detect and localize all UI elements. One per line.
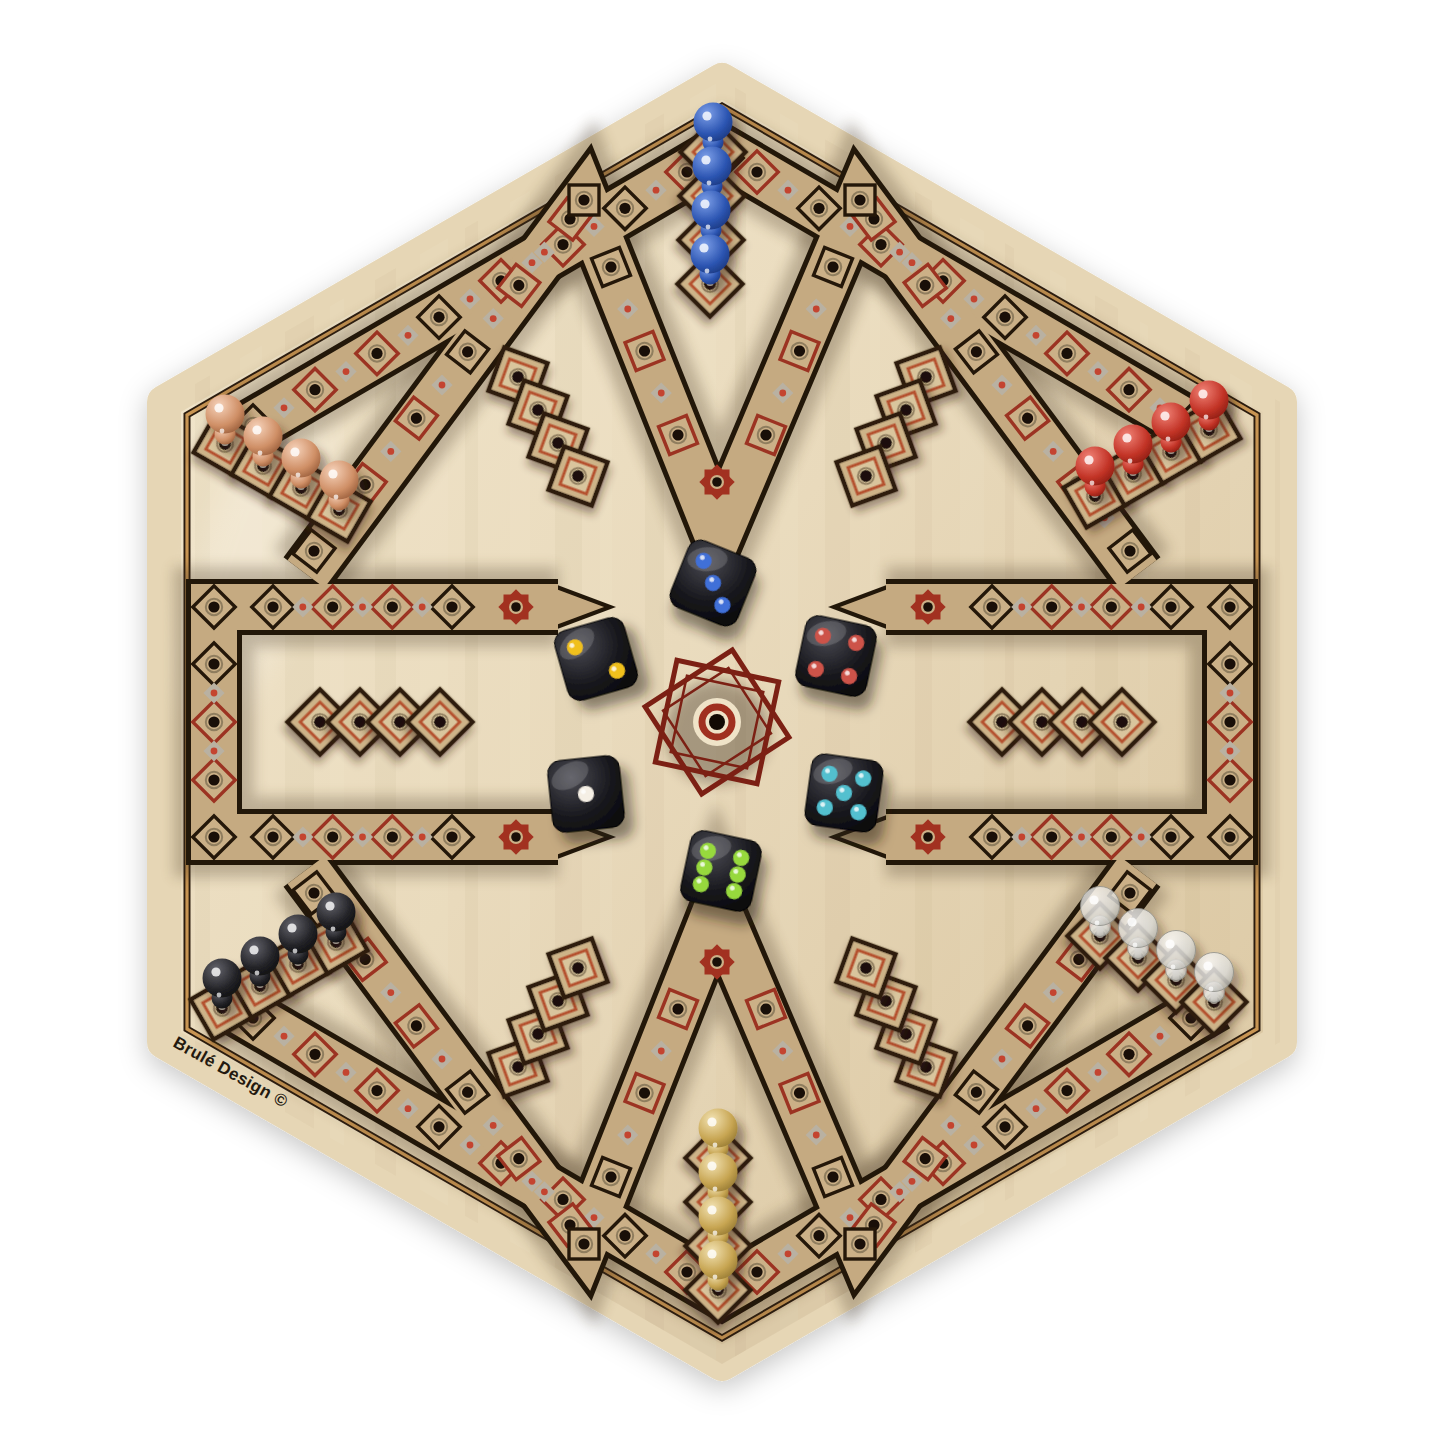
track-hole[interactable] xyxy=(845,1229,875,1259)
sun-hole[interactable] xyxy=(498,589,533,624)
sun-hole[interactable] xyxy=(910,589,945,624)
track-hole[interactable] xyxy=(845,185,875,215)
sun-hole[interactable] xyxy=(699,464,734,499)
track-hole[interactable] xyxy=(569,185,599,215)
white-die[interactable] xyxy=(545,751,626,833)
sun-hole[interactable] xyxy=(498,819,533,854)
teal-die[interactable] xyxy=(802,749,885,834)
sun-hole[interactable] xyxy=(910,819,945,854)
sun-hole[interactable] xyxy=(699,944,734,979)
track-hole[interactable] xyxy=(569,1229,599,1259)
fast-track-board-photo: Fast Track (Aggravation / Wahoo style si… xyxy=(0,0,1445,1445)
